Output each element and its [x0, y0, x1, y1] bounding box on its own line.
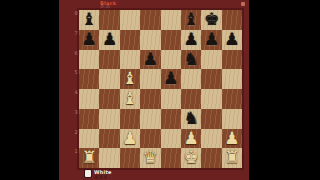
square-e8[interactable]: [161, 10, 181, 30]
square-c8[interactable]: [120, 10, 140, 30]
square-d4[interactable]: [140, 89, 160, 109]
square-c5[interactable]: ♝: [120, 69, 140, 89]
square-g4[interactable]: [201, 89, 221, 109]
square-e1[interactable]: [161, 148, 181, 168]
black-knight[interactable]: ♞: [181, 50, 201, 70]
square-c7[interactable]: [120, 30, 140, 50]
square-g6[interactable]: [201, 50, 221, 70]
square-h3[interactable]: [222, 109, 242, 129]
square-a1[interactable]: ♜: [79, 148, 99, 168]
rank-label-8: 8: [73, 10, 79, 30]
square-a5[interactable]: [79, 69, 99, 89]
square-d8[interactable]: [140, 10, 160, 30]
chess-app-window: Black ♘♘ 87654321 ♝♝♚♟♟♟♟♟♟♞♝♟♝♞♟♟♟♜♛♚♜ …: [59, 0, 249, 180]
rank-label-7: 7: [73, 30, 79, 50]
black-pawn[interactable]: ♟: [140, 50, 160, 70]
white-pawn[interactable]: ♟: [181, 129, 201, 149]
square-g2[interactable]: [201, 129, 221, 149]
square-f8[interactable]: ♝: [181, 10, 201, 30]
square-d3[interactable]: [140, 109, 160, 129]
white-captured-pieces-tray: ♛♜♜: [94, 175, 107, 180]
white-player-icon: [85, 170, 91, 177]
square-g5[interactable]: [201, 69, 221, 89]
black-bishop[interactable]: ♝: [181, 10, 201, 30]
square-e5[interactable]: ♟: [161, 69, 181, 89]
square-b7[interactable]: ♟: [99, 30, 119, 50]
square-a2[interactable]: [79, 129, 99, 149]
white-pawn[interactable]: ♟: [222, 129, 242, 149]
square-b4[interactable]: [99, 89, 119, 109]
menu-icon[interactable]: [241, 2, 245, 6]
square-h6[interactable]: [222, 50, 242, 70]
black-pawn[interactable]: ♟: [99, 30, 119, 50]
rank-label-1: 1: [73, 148, 79, 168]
black-pawn[interactable]: ♟: [161, 69, 181, 89]
square-e4[interactable]: [161, 89, 181, 109]
square-b3[interactable]: [99, 109, 119, 129]
square-d1[interactable]: ♛: [140, 148, 160, 168]
square-h4[interactable]: [222, 89, 242, 109]
square-g8[interactable]: ♚: [201, 10, 221, 30]
square-f2[interactable]: ♟: [181, 129, 201, 149]
square-b8[interactable]: [99, 10, 119, 30]
rank-label-2: 2: [73, 129, 79, 149]
square-f6[interactable]: ♞: [181, 50, 201, 70]
player-bar-white: White ♛♜♜: [59, 168, 249, 180]
square-f4[interactable]: [181, 89, 201, 109]
square-f1[interactable]: ♚: [181, 148, 201, 168]
square-d7[interactable]: [140, 30, 160, 50]
square-d5[interactable]: [140, 69, 160, 89]
square-e2[interactable]: [161, 129, 181, 149]
square-b5[interactable]: [99, 69, 119, 89]
square-g1[interactable]: [201, 148, 221, 168]
chess-board: ♝♝♚♟♟♟♟♟♟♞♝♟♝♞♟♟♟♜♛♚♜: [79, 10, 242, 168]
square-c6[interactable]: [120, 50, 140, 70]
black-king[interactable]: ♚: [201, 10, 221, 30]
square-a7[interactable]: ♟: [79, 30, 99, 50]
square-a4[interactable]: [79, 89, 99, 109]
square-h1[interactable]: ♜: [222, 148, 242, 168]
black-pawn[interactable]: ♟: [222, 30, 242, 50]
square-f3[interactable]: ♞: [181, 109, 201, 129]
square-e7[interactable]: [161, 30, 181, 50]
screenshot-root: { "game": "chess", "position": { "fen": …: [0, 0, 320, 180]
rank-label-6: 6: [73, 50, 79, 70]
white-bishop[interactable]: ♝: [120, 89, 140, 109]
white-queen[interactable]: ♛: [140, 148, 160, 168]
square-f5[interactable]: [181, 69, 201, 89]
rank-label-3: 3: [73, 109, 79, 129]
black-pawn[interactable]: ♟: [201, 30, 221, 50]
square-a8[interactable]: ♝: [79, 10, 99, 30]
square-g3[interactable]: [201, 109, 221, 129]
square-d6[interactable]: ♟: [140, 50, 160, 70]
rank-label-4: 4: [73, 89, 79, 109]
white-pawn[interactable]: ♟: [120, 129, 140, 149]
square-f7[interactable]: ♟: [181, 30, 201, 50]
white-rook[interactable]: ♜: [79, 148, 99, 168]
black-pawn[interactable]: ♟: [79, 30, 99, 50]
square-a6[interactable]: [79, 50, 99, 70]
square-c2[interactable]: ♟: [120, 129, 140, 149]
square-e3[interactable]: [161, 109, 181, 129]
black-pawn[interactable]: ♟: [181, 30, 201, 50]
white-king[interactable]: ♚: [181, 148, 201, 168]
black-bishop[interactable]: ♝: [79, 10, 99, 30]
rank-coordinates: 87654321: [73, 10, 79, 168]
square-b2[interactable]: [99, 129, 119, 149]
square-h5[interactable]: [222, 69, 242, 89]
square-d2[interactable]: [140, 129, 160, 149]
square-c3[interactable]: [120, 109, 140, 129]
square-a3[interactable]: [79, 109, 99, 129]
square-h8[interactable]: [222, 10, 242, 30]
square-e6[interactable]: [161, 50, 181, 70]
square-c4[interactable]: ♝: [120, 89, 140, 109]
white-bishop[interactable]: ♝: [120, 69, 140, 89]
black-knight[interactable]: ♞: [181, 109, 201, 129]
square-h2[interactable]: ♟: [222, 129, 242, 149]
white-rook[interactable]: ♜: [222, 148, 242, 168]
square-b1[interactable]: [99, 148, 119, 168]
square-g7[interactable]: ♟: [201, 30, 221, 50]
square-c1[interactable]: [120, 148, 140, 168]
square-b6[interactable]: [99, 50, 119, 70]
square-h7[interactable]: ♟: [222, 30, 242, 50]
rank-label-5: 5: [73, 69, 79, 89]
